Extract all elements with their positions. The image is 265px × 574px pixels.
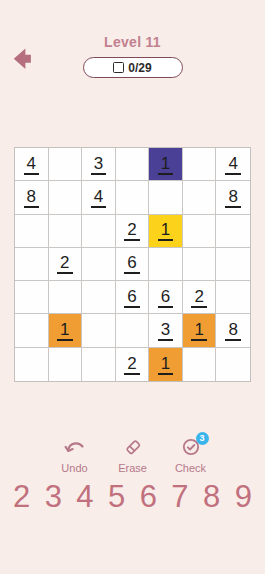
progress-text: 0/29 [128, 62, 151, 74]
cell-r4c3[interactable] [82, 248, 116, 281]
cell-r4c5[interactable] [149, 248, 183, 281]
given-number: 2 [57, 253, 72, 274]
cell-r7c1[interactable] [15, 348, 49, 381]
cell-r1c5[interactable]: 1 [149, 148, 183, 181]
cell-r6c4[interactable] [116, 314, 150, 347]
cell-r5c6[interactable]: 2 [183, 281, 217, 314]
game-screen: Level 11 0/29 43148482126662131821 Undo [0, 0, 265, 574]
given-number: 1 [158, 354, 173, 375]
cell-r5c1[interactable] [15, 281, 49, 314]
cell-r5c3[interactable] [82, 281, 116, 314]
cell-r2c7[interactable]: 8 [216, 181, 250, 214]
cell-r1c1[interactable]: 4 [15, 148, 49, 181]
toolbar: Undo Erase 3 Check [0, 437, 265, 474]
cell-r1c6[interactable] [183, 148, 217, 181]
cell-square-icon [113, 62, 124, 73]
cell-r7c4[interactable]: 2 [116, 348, 150, 381]
given-number: 4 [225, 154, 240, 175]
cell-r5c7[interactable] [216, 281, 250, 314]
cell-r6c6[interactable]: 1 [183, 314, 217, 347]
cell-r5c4[interactable]: 6 [116, 281, 150, 314]
cell-r7c3[interactable] [82, 348, 116, 381]
given-number: 8 [225, 187, 240, 208]
cell-r2c4[interactable] [116, 181, 150, 214]
cell-r7c7[interactable] [216, 348, 250, 381]
cell-r5c2[interactable] [49, 281, 83, 314]
cell-r4c1[interactable] [15, 248, 49, 281]
cell-r1c4[interactable] [116, 148, 150, 181]
tray-number-4[interactable]: 4 [76, 480, 93, 514]
eraser-icon [121, 437, 145, 460]
given-number: 6 [124, 253, 139, 274]
check-label: Check [175, 462, 206, 474]
undo-button[interactable]: Undo [54, 437, 96, 474]
erase-button[interactable]: Erase [112, 437, 154, 474]
tray-number-6[interactable]: 6 [140, 480, 157, 514]
cell-r4c2[interactable]: 2 [49, 248, 83, 281]
cell-r6c2[interactable]: 1 [49, 314, 83, 347]
given-number: 6 [124, 287, 139, 308]
cell-r1c2[interactable] [49, 148, 83, 181]
cell-r3c3[interactable] [82, 215, 116, 248]
given-number: 1 [158, 154, 173, 175]
given-number: 1 [191, 320, 206, 341]
cell-r6c5[interactable]: 3 [149, 314, 183, 347]
cell-r7c2[interactable] [49, 348, 83, 381]
given-number: 8 [225, 320, 240, 341]
tray-number-9[interactable]: 9 [235, 480, 252, 514]
tray-number-5[interactable]: 5 [108, 480, 125, 514]
erase-label: Erase [118, 462, 147, 474]
progress-pill: 0/29 [83, 57, 183, 78]
cell-r2c1[interactable]: 8 [15, 181, 49, 214]
cell-r3c7[interactable] [216, 215, 250, 248]
cell-r2c5[interactable] [149, 181, 183, 214]
cell-r4c7[interactable] [216, 248, 250, 281]
cell-r7c5[interactable]: 1 [149, 348, 183, 381]
given-number: 3 [158, 320, 173, 341]
given-number: 1 [57, 320, 72, 341]
given-number: 4 [91, 187, 106, 208]
given-number: 2 [124, 354, 139, 375]
given-number: 4 [24, 154, 39, 175]
cell-r7c6[interactable] [183, 348, 217, 381]
tray-number-2[interactable]: 2 [13, 480, 30, 514]
cell-r1c7[interactable]: 4 [216, 148, 250, 181]
given-number: 2 [124, 220, 139, 241]
cell-r1c3[interactable]: 3 [82, 148, 116, 181]
cell-r3c5[interactable]: 1 [149, 215, 183, 248]
back-arrow-icon [12, 58, 40, 73]
page-title: Level 11 [0, 34, 265, 50]
cell-r3c6[interactable] [183, 215, 217, 248]
cell-r2c3[interactable]: 4 [82, 181, 116, 214]
back-button[interactable] [11, 48, 41, 72]
cell-r2c2[interactable] [49, 181, 83, 214]
given-number: 2 [191, 287, 206, 308]
board: 43148482126662131821 [14, 147, 251, 382]
cell-r4c4[interactable]: 6 [116, 248, 150, 281]
cell-r6c1[interactable] [15, 314, 49, 347]
undo-label: Undo [61, 462, 87, 474]
cell-r4c6[interactable] [183, 248, 217, 281]
cell-r3c4[interactable]: 2 [116, 215, 150, 248]
cell-r3c1[interactable] [15, 215, 49, 248]
cell-r6c3[interactable] [82, 314, 116, 347]
tray-number-3[interactable]: 3 [45, 480, 62, 514]
check-button[interactable]: 3 Check [170, 437, 212, 474]
cell-r2c6[interactable] [183, 181, 217, 214]
tray-number-7[interactable]: 7 [171, 480, 188, 514]
cell-r3c2[interactable] [49, 215, 83, 248]
given-number: 8 [24, 187, 39, 208]
given-number: 3 [91, 154, 106, 175]
number-tray: 23456789 [0, 480, 265, 514]
tray-number-8[interactable]: 8 [203, 480, 220, 514]
cell-r6c7[interactable]: 8 [216, 314, 250, 347]
cell-r5c5[interactable]: 6 [149, 281, 183, 314]
check-badge: 3 [196, 432, 209, 445]
undo-arrow-icon [63, 437, 87, 460]
given-number: 6 [158, 287, 173, 308]
given-number: 1 [158, 220, 173, 241]
